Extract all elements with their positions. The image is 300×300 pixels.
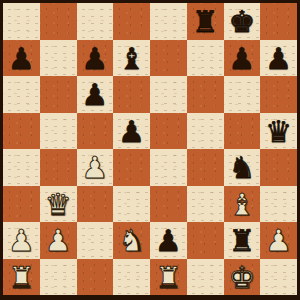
square-d8[interactable]: [113, 3, 150, 40]
square-e8[interactable]: [150, 3, 187, 40]
black-rook-f8[interactable]: ♜: [192, 7, 219, 37]
black-bishop-d7[interactable]: ♝: [118, 44, 145, 74]
square-b6[interactable]: [40, 76, 77, 113]
black-pawn-c6[interactable]: ♟: [81, 80, 108, 110]
square-d3[interactable]: [113, 186, 150, 223]
square-a3[interactable]: [3, 186, 40, 223]
square-h5[interactable]: ♛: [260, 113, 297, 150]
white-bishop-g3[interactable]: ♝: [228, 190, 255, 220]
square-d7[interactable]: ♝: [113, 40, 150, 77]
square-c4[interactable]: ♟: [77, 149, 114, 186]
square-g2[interactable]: ♜: [224, 222, 261, 259]
square-f2[interactable]: [187, 222, 224, 259]
square-g4[interactable]: ♞: [224, 149, 261, 186]
square-a1[interactable]: ♜: [3, 259, 40, 296]
black-pawn-d5[interactable]: ♟: [118, 117, 145, 147]
chess-board-frame: ♜♚♟♟♝♟♟♟♟♛♟♞♛♝♟♟♞♟♜♟♜♜♚: [0, 0, 300, 300]
square-c8[interactable]: [77, 3, 114, 40]
square-c3[interactable]: [77, 186, 114, 223]
square-c6[interactable]: ♟: [77, 76, 114, 113]
white-queen-b3[interactable]: ♛: [45, 190, 72, 220]
white-rook-a1[interactable]: ♜: [8, 263, 35, 293]
white-pawn-h2[interactable]: ♟: [265, 226, 292, 256]
square-f1[interactable]: [187, 259, 224, 296]
square-f4[interactable]: [187, 149, 224, 186]
square-c7[interactable]: ♟: [77, 40, 114, 77]
black-king-g8[interactable]: ♚: [228, 7, 255, 37]
square-h8[interactable]: [260, 3, 297, 40]
square-e6[interactable]: [150, 76, 187, 113]
square-g6[interactable]: [224, 76, 261, 113]
square-d1[interactable]: [113, 259, 150, 296]
square-a5[interactable]: [3, 113, 40, 150]
square-h6[interactable]: [260, 76, 297, 113]
square-h3[interactable]: [260, 186, 297, 223]
square-g5[interactable]: [224, 113, 261, 150]
square-e2[interactable]: ♟: [150, 222, 187, 259]
black-rook-g2[interactable]: ♜: [228, 226, 255, 256]
square-g1[interactable]: ♚: [224, 259, 261, 296]
white-rook-e1[interactable]: ♜: [155, 263, 182, 293]
square-b7[interactable]: [40, 40, 77, 77]
square-a6[interactable]: [3, 76, 40, 113]
square-d4[interactable]: [113, 149, 150, 186]
black-pawn-g7[interactable]: ♟: [228, 44, 255, 74]
white-king-g1[interactable]: ♚: [228, 263, 255, 293]
square-f6[interactable]: [187, 76, 224, 113]
square-e1[interactable]: ♜: [150, 259, 187, 296]
square-h4[interactable]: [260, 149, 297, 186]
square-g3[interactable]: ♝: [224, 186, 261, 223]
square-d5[interactable]: ♟: [113, 113, 150, 150]
square-a7[interactable]: ♟: [3, 40, 40, 77]
square-f8[interactable]: ♜: [187, 3, 224, 40]
black-pawn-a7[interactable]: ♟: [8, 44, 35, 74]
square-a2[interactable]: ♟: [3, 222, 40, 259]
square-c1[interactable]: [77, 259, 114, 296]
square-e4[interactable]: [150, 149, 187, 186]
white-pawn-a2[interactable]: ♟: [8, 226, 35, 256]
square-b2[interactable]: ♟: [40, 222, 77, 259]
square-e7[interactable]: [150, 40, 187, 77]
square-b1[interactable]: [40, 259, 77, 296]
square-b8[interactable]: [40, 3, 77, 40]
square-d2[interactable]: ♞: [113, 222, 150, 259]
square-e3[interactable]: [150, 186, 187, 223]
square-b3[interactable]: ♛: [40, 186, 77, 223]
square-f7[interactable]: [187, 40, 224, 77]
square-g7[interactable]: ♟: [224, 40, 261, 77]
square-g8[interactable]: ♚: [224, 3, 261, 40]
white-pawn-b2[interactable]: ♟: [45, 226, 72, 256]
square-e5[interactable]: [150, 113, 187, 150]
black-pawn-c7[interactable]: ♟: [81, 44, 108, 74]
square-d6[interactable]: [113, 76, 150, 113]
black-pawn-h7[interactable]: ♟: [265, 44, 292, 74]
square-b5[interactable]: [40, 113, 77, 150]
chess-board: ♜♚♟♟♝♟♟♟♟♛♟♞♛♝♟♟♞♟♜♟♜♜♚: [3, 3, 297, 295]
square-c5[interactable]: [77, 113, 114, 150]
square-a8[interactable]: [3, 3, 40, 40]
white-pawn-c4[interactable]: ♟: [81, 153, 108, 183]
square-h1[interactable]: [260, 259, 297, 296]
square-b4[interactable]: [40, 149, 77, 186]
black-queen-h5[interactable]: ♛: [265, 117, 292, 147]
square-a4[interactable]: [3, 149, 40, 186]
black-knight-g4[interactable]: ♞: [228, 153, 255, 183]
white-knight-d2[interactable]: ♞: [118, 226, 145, 256]
black-pawn-e2[interactable]: ♟: [155, 226, 182, 256]
square-c2[interactable]: [77, 222, 114, 259]
square-f5[interactable]: [187, 113, 224, 150]
square-f3[interactable]: [187, 186, 224, 223]
square-h2[interactable]: ♟: [260, 222, 297, 259]
square-h7[interactable]: ♟: [260, 40, 297, 77]
